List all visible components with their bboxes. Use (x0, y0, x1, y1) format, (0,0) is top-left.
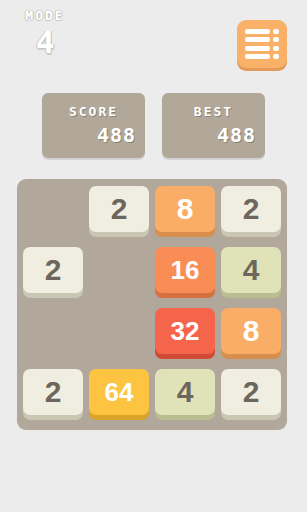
game-board[interactable]: 282216432826442 (17, 179, 287, 430)
board-cell: 2 (221, 369, 281, 415)
board-cell: 8 (221, 308, 281, 354)
board-cell (23, 308, 83, 354)
board-cell: 32 (155, 308, 215, 354)
menu-button[interactable] (237, 20, 287, 68)
mode-label: MODE (16, 8, 74, 23)
list-menu-icon (237, 20, 287, 68)
board-cell: 2 (23, 369, 83, 415)
board-cell (89, 308, 149, 354)
tile-2: 2 (221, 186, 281, 232)
tile-2: 2 (23, 369, 83, 415)
board-cell: 4 (221, 247, 281, 293)
tile-8: 8 (221, 308, 281, 354)
tile-4: 4 (155, 369, 215, 415)
board-cell: 2 (23, 247, 83, 293)
best-panel: BEST 488 (162, 93, 265, 158)
board-cell: 2 (221, 186, 281, 232)
app-root: MODE 4 SCORE 488 BEST 488 28221643282644… (0, 0, 307, 512)
board-cell: 8 (155, 186, 215, 232)
board-cell: 16 (155, 247, 215, 293)
score-value: 488 (42, 123, 145, 147)
score-row: SCORE 488 BEST 488 (0, 93, 307, 158)
score-label: SCORE (42, 104, 145, 119)
tile-2: 2 (23, 247, 83, 293)
tile-16: 16 (155, 247, 215, 293)
board-cell (23, 186, 83, 232)
board-cell: 2 (89, 186, 149, 232)
mode-value: 4 (16, 27, 74, 58)
tile-2: 2 (221, 369, 281, 415)
score-panel: SCORE 488 (42, 93, 145, 158)
board-cell: 4 (155, 369, 215, 415)
board-cell: 64 (89, 369, 149, 415)
tile-8: 8 (155, 186, 215, 232)
best-value: 488 (162, 123, 265, 147)
tile-4: 4 (221, 247, 281, 293)
tile-2: 2 (89, 186, 149, 232)
tile-32: 32 (155, 308, 215, 354)
best-label: BEST (162, 104, 265, 119)
board-cell (89, 247, 149, 293)
mode-block: MODE 4 (16, 8, 74, 58)
tile-64: 64 (89, 369, 149, 415)
